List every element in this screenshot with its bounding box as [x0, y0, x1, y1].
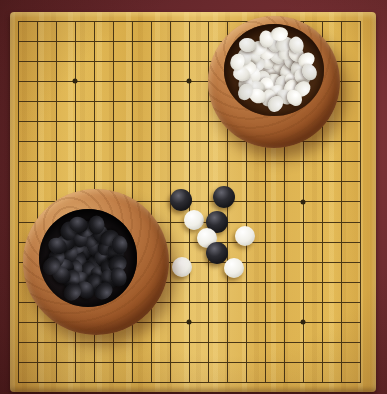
- black-stone[interactable]: [170, 189, 192, 211]
- go-board-photo: [0, 0, 387, 394]
- white-stone-bowl: [208, 16, 340, 148]
- bowl-opening: [39, 209, 137, 307]
- black-stone-bowl: [23, 189, 169, 335]
- bowl-stone: [89, 215, 105, 234]
- white-stone[interactable]: [235, 226, 255, 246]
- white-stone[interactable]: [172, 257, 192, 277]
- black-stone[interactable]: [206, 242, 228, 264]
- black-stone[interactable]: [213, 186, 235, 208]
- bowl-opening: [224, 24, 324, 116]
- white-stone[interactable]: [224, 258, 244, 278]
- white-stone[interactable]: [184, 210, 204, 230]
